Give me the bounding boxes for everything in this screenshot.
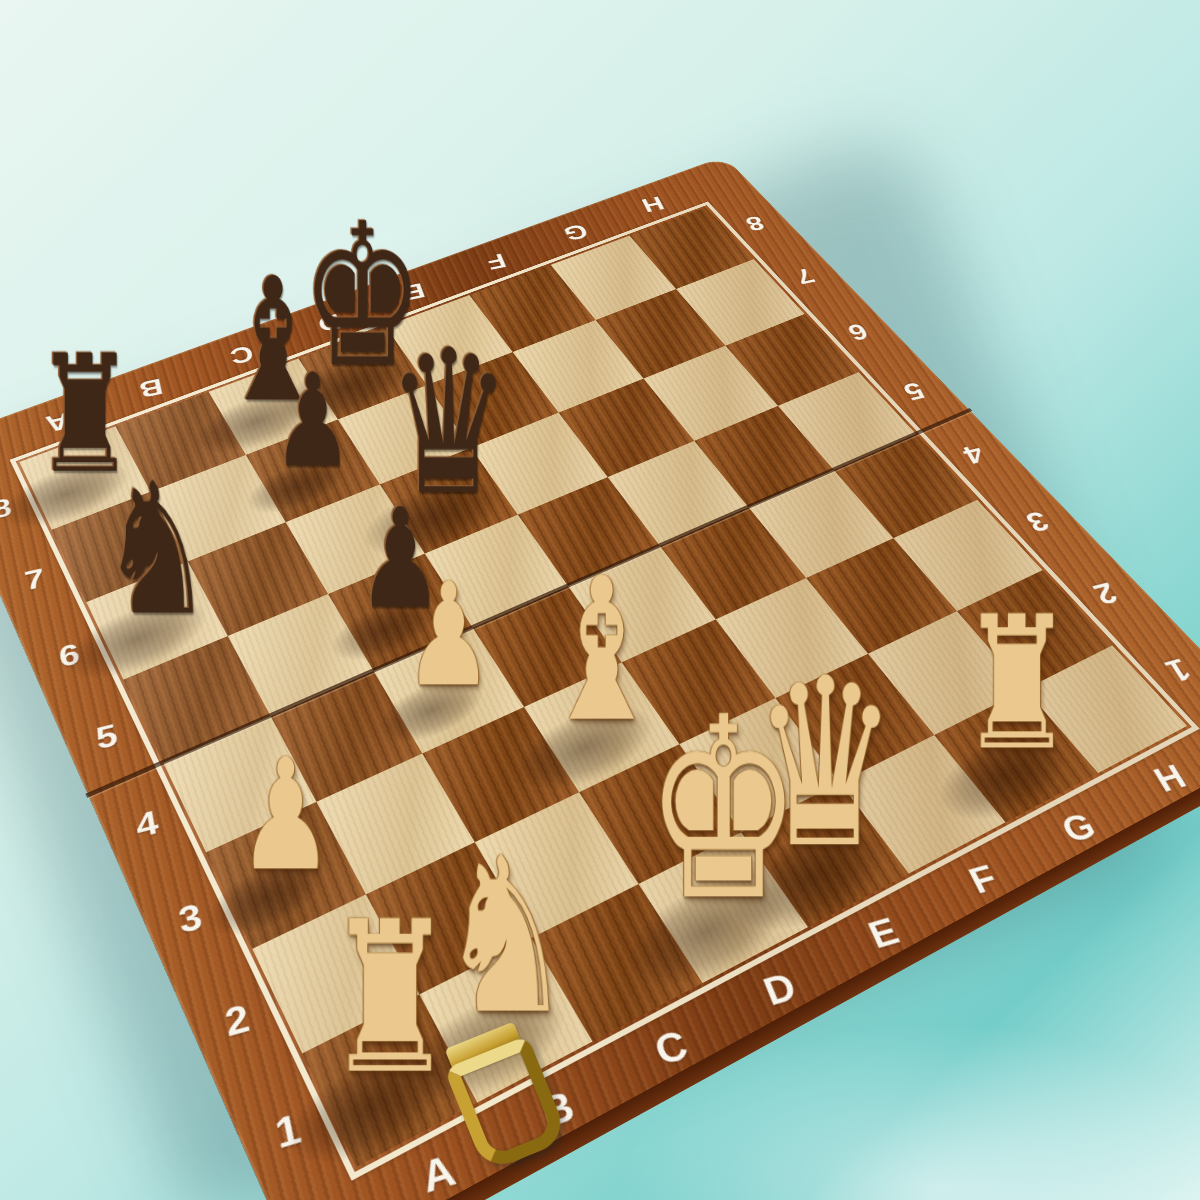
pieces-layer: ♜♝♚♟♞♛♟♟♟♝♜♞♚♛♜ xyxy=(0,156,1200,1200)
knight-glyph: ♞ xyxy=(34,458,278,640)
board-scene: ABCDEFGHABCDEFGH1234567812345678 ♜♝♚♟♞♛♟… xyxy=(0,0,1200,1200)
chess-board: ABCDEFGHABCDEFGH1234567812345678 ♜♝♚♟♞♛♟… xyxy=(0,156,1200,1200)
photo-background: ABCDEFGHABCDEFGH1234567812345678 ♜♝♚♟♞♛♟… xyxy=(0,0,1200,1200)
